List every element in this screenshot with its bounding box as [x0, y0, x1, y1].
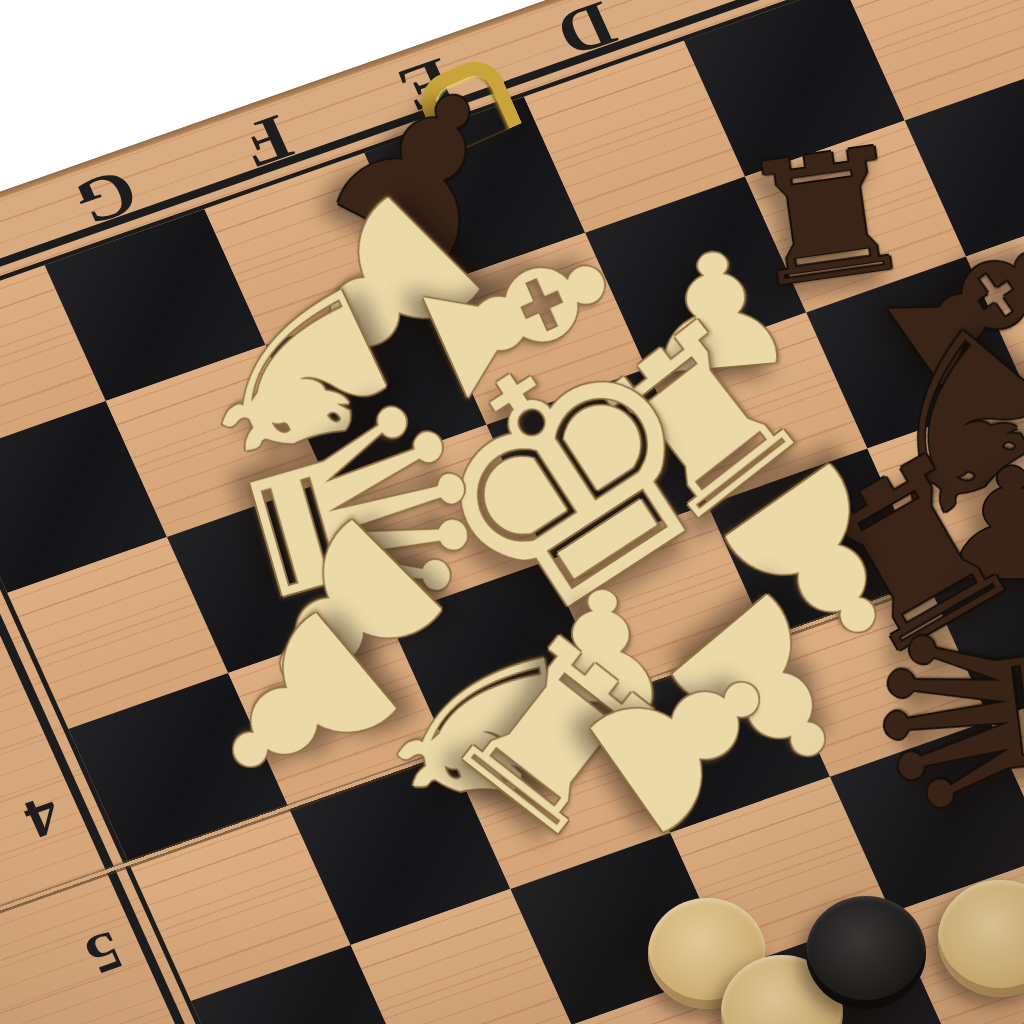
- checker-disc-dark[interactable]: [806, 896, 926, 1009]
- product-photo: HGFEDCBA 12345678 ♟♜♟♝♟♝♞♜♞♚♛♟♜♟♟♟♟♟♛♞♜♟: [0, 0, 1024, 1024]
- chess-piece-dark-queen-lying[interactable]: ♛: [842, 586, 1024, 844]
